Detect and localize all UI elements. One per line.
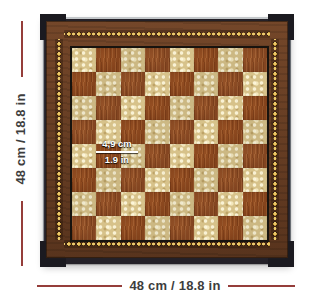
board-square	[194, 48, 218, 72]
inlay-strip-left	[55, 39, 63, 240]
board-square	[243, 192, 267, 216]
board-square	[72, 168, 96, 192]
inlay-strip-right	[271, 39, 279, 240]
board-square	[96, 216, 120, 240]
board-square	[145, 168, 169, 192]
board-square	[121, 168, 145, 192]
board-square	[145, 48, 169, 72]
board-square	[96, 168, 120, 192]
product-photo: 48 cm / 18.8 in 4,9 cm 1.9 in 48 cm / 18…	[0, 0, 330, 303]
board-square	[243, 120, 267, 144]
board-square	[243, 72, 267, 96]
board-square	[170, 96, 194, 120]
board-square	[218, 144, 242, 168]
square-size-divider-line	[96, 151, 138, 153]
board-square	[145, 96, 169, 120]
board-square	[194, 168, 218, 192]
board-square	[170, 72, 194, 96]
board-square	[194, 96, 218, 120]
board-square	[145, 72, 169, 96]
square-size-cm: 4,9 cm	[102, 139, 132, 149]
board-square	[194, 120, 218, 144]
board-square	[218, 72, 242, 96]
board-square	[145, 144, 169, 168]
board-square	[218, 48, 242, 72]
board-square	[121, 72, 145, 96]
board-square	[194, 216, 218, 240]
bottom-dimension-line-right	[228, 285, 295, 287]
board-square	[72, 48, 96, 72]
board-square	[145, 120, 169, 144]
board-square	[145, 192, 169, 216]
chess-board: 4,9 cm 1.9 in	[43, 17, 291, 264]
left-dimension-line-top	[21, 21, 23, 77]
board-square	[170, 192, 194, 216]
board-frame: 4,9 cm 1.9 in	[46, 21, 288, 258]
board-square	[170, 216, 194, 240]
board-square	[170, 168, 194, 192]
square-size-callout: 4,9 cm 1.9 in	[92, 139, 142, 165]
board-square	[243, 48, 267, 72]
board-square	[218, 120, 242, 144]
board-square	[121, 48, 145, 72]
board-square	[243, 168, 267, 192]
board-square	[145, 216, 169, 240]
board-square	[121, 216, 145, 240]
board-square	[170, 48, 194, 72]
board-square	[72, 96, 96, 120]
square-size-in: 1.9 in	[105, 155, 129, 165]
bottom-dimension-line-left	[37, 285, 122, 287]
board-square	[170, 144, 194, 168]
board-square	[170, 120, 194, 144]
board-square	[194, 72, 218, 96]
left-dimension-label: 48 cm / 18.8 in	[13, 73, 29, 205]
board-square	[72, 192, 96, 216]
board-square	[194, 144, 218, 168]
board-square	[121, 192, 145, 216]
bottom-dimension-label: 48 cm / 18.8 in	[122, 278, 228, 293]
board-square	[194, 192, 218, 216]
board-square	[243, 216, 267, 240]
board-square	[96, 48, 120, 72]
board-square	[96, 72, 120, 96]
board-square	[218, 96, 242, 120]
left-dimension-line-bottom	[21, 201, 23, 266]
board-square	[72, 216, 96, 240]
board-square	[218, 192, 242, 216]
board-square	[96, 192, 120, 216]
board-square	[121, 96, 145, 120]
board-square	[96, 96, 120, 120]
board-square	[243, 144, 267, 168]
board-square	[218, 216, 242, 240]
board-square	[72, 72, 96, 96]
inlay-strip-top	[64, 30, 270, 38]
board-square	[243, 96, 267, 120]
board-square	[218, 168, 242, 192]
